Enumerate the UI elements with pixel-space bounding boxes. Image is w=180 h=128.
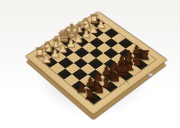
square-h2: ♟: [97, 23, 111, 32]
white-pawn: ♟: [90, 20, 111, 31]
square-f4: [97, 43, 112, 53]
white-rook: ♜: [84, 14, 105, 26]
square-f3: [90, 37, 104, 47]
product-photo: ♜♟♟♜♞♟♟♞♝♟♟♝♚♟♟♚♛♟♟♛♝♟♟♝♞♟♟♞♜♟♟♜: [0, 0, 180, 128]
board-face: ♜♟♟♜♞♟♟♞♝♟♟♝♚♟♟♚♛♟♟♛♝♟♟♝♞♟♟♞♜♟♟♜: [26, 12, 167, 115]
square-h5: [118, 38, 132, 48]
square-e2: ♟: [75, 37, 89, 47]
white-pawn: ♟: [83, 24, 104, 35]
square-d3: [74, 47, 89, 57]
square-e1: ♚: [69, 32, 83, 42]
scene: ♜♟♟♜♞♟♟♞♝♟♟♝♚♟♟♚♛♟♟♛♝♟♟♝♞♟♟♞♜♟♟♜: [0, 0, 180, 128]
white-pawn: ♟: [68, 33, 89, 44]
square-d1: ♛: [61, 37, 75, 47]
chess-board: ♜♟♟♜♞♟♟♞♝♟♟♝♚♟♟♚♛♟♟♛♝♟♟♝♞♟♟♞♜♟♟♜: [26, 12, 167, 115]
square-g2: ♟: [90, 28, 104, 38]
white-knight: ♞: [76, 17, 97, 30]
square-h3: [104, 28, 118, 38]
square-a8: ♜: [86, 92, 102, 104]
square-f2: ♟: [83, 32, 97, 42]
white-king: ♚: [61, 22, 82, 39]
square-e3: [82, 42, 97, 52]
square-h4: [111, 33, 125, 43]
square-d2: ♟: [67, 42, 82, 52]
square-e4: [89, 48, 104, 58]
square-f1: ♝: [76, 28, 90, 38]
square-g4: [104, 38, 118, 48]
white-pawn: ♟: [76, 29, 97, 40]
white-queen: ♛: [53, 28, 74, 44]
white-bishop: ♝: [69, 21, 90, 35]
square-g1: ♞: [83, 23, 97, 32]
black-rook: ♜: [78, 88, 102, 101]
square-h1: ♜: [91, 19, 105, 28]
square-g3: [97, 33, 111, 43]
white-pawn: ♟: [36, 53, 58, 65]
